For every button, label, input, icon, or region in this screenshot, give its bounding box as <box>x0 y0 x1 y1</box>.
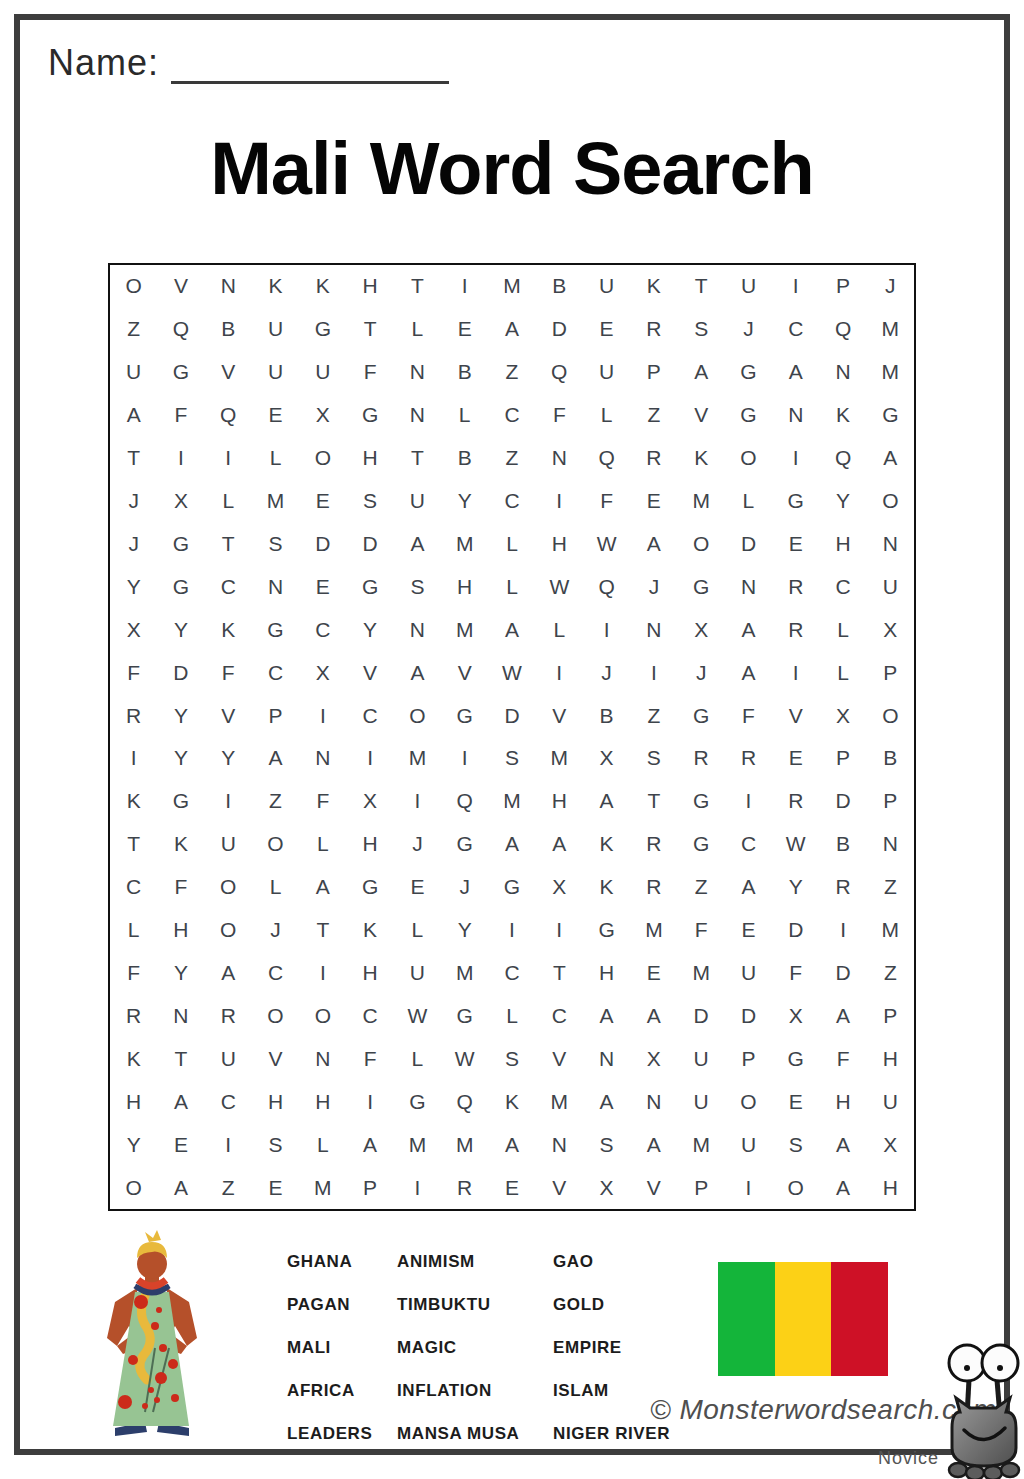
grid-cell-r3c16[interactable]: N <box>819 351 866 394</box>
grid-cell-r10c11[interactable]: J <box>583 651 630 694</box>
grid-cell-r20c17[interactable]: U <box>867 1080 914 1123</box>
grid-cell-r7c1[interactable]: J <box>110 522 157 565</box>
grid-cell-r1c4[interactable]: K <box>252 265 299 308</box>
grid-cell-r14c8[interactable]: G <box>441 823 488 866</box>
grid-cell-r7c14[interactable]: D <box>725 522 772 565</box>
grid-cell-r20c14[interactable]: O <box>725 1080 772 1123</box>
grid-cell-r1c17[interactable]: J <box>867 265 914 308</box>
grid-cell-r19c15[interactable]: G <box>772 1037 819 1080</box>
grid-cell-r13c1[interactable]: K <box>110 780 157 823</box>
grid-cell-r5c6[interactable]: H <box>346 437 393 480</box>
grid-cell-r17c15[interactable]: F <box>772 952 819 995</box>
grid-cell-r4c4[interactable]: E <box>252 394 299 437</box>
grid-cell-r21c16[interactable]: A <box>819 1123 866 1166</box>
grid-cell-r12c3[interactable]: Y <box>205 737 252 780</box>
grid-cell-r10c12[interactable]: I <box>630 651 677 694</box>
grid-cell-r5c17[interactable]: A <box>867 437 914 480</box>
grid-cell-r19c8[interactable]: W <box>441 1037 488 1080</box>
grid-cell-r2c11[interactable]: E <box>583 308 630 351</box>
grid-cell-r10c17[interactable]: P <box>867 651 914 694</box>
grid-cell-r1c7[interactable]: T <box>394 265 441 308</box>
grid-cell-r18c12[interactable]: A <box>630 994 677 1037</box>
grid-cell-r10c2[interactable]: D <box>157 651 204 694</box>
grid-cell-r21c12[interactable]: A <box>630 1123 677 1166</box>
grid-cell-r20c1[interactable]: H <box>110 1080 157 1123</box>
grid-cell-r9c9[interactable]: A <box>488 608 535 651</box>
grid-cell-r7c15[interactable]: E <box>772 522 819 565</box>
grid-cell-r7c11[interactable]: W <box>583 522 630 565</box>
grid-cell-r14c4[interactable]: O <box>252 823 299 866</box>
grid-cell-r19c6[interactable]: F <box>346 1037 393 1080</box>
grid-cell-r6c12[interactable]: E <box>630 480 677 523</box>
grid-cell-r14c9[interactable]: A <box>488 823 535 866</box>
grid-cell-r17c13[interactable]: M <box>678 952 725 995</box>
grid-cell-r9c6[interactable]: Y <box>346 608 393 651</box>
grid-cell-r17c12[interactable]: E <box>630 952 677 995</box>
grid-cell-r2c15[interactable]: C <box>772 308 819 351</box>
grid-cell-r16c13[interactable]: F <box>678 909 725 952</box>
grid-cell-r7c17[interactable]: N <box>867 522 914 565</box>
grid-cell-r11c13[interactable]: G <box>678 694 725 737</box>
grid-cell-r4c17[interactable]: G <box>867 394 914 437</box>
grid-cell-r22c14[interactable]: I <box>725 1166 772 1209</box>
grid-cell-r13c3[interactable]: I <box>205 780 252 823</box>
grid-cell-r11c5[interactable]: I <box>299 694 346 737</box>
grid-cell-r17c4[interactable]: C <box>252 952 299 995</box>
grid-cell-r16c2[interactable]: H <box>157 909 204 952</box>
grid-cell-r17c16[interactable]: D <box>819 952 866 995</box>
grid-cell-r8c9[interactable]: L <box>488 565 535 608</box>
grid-cell-r11c3[interactable]: V <box>205 694 252 737</box>
grid-cell-r11c1[interactable]: R <box>110 694 157 737</box>
grid-cell-r10c3[interactable]: F <box>205 651 252 694</box>
grid-cell-r8c2[interactable]: G <box>157 565 204 608</box>
grid-cell-r14c12[interactable]: R <box>630 823 677 866</box>
grid-cell-r13c9[interactable]: M <box>488 780 535 823</box>
grid-cell-r12c11[interactable]: X <box>583 737 630 780</box>
grid-cell-r7c12[interactable]: A <box>630 522 677 565</box>
grid-cell-r6c9[interactable]: C <box>488 480 535 523</box>
grid-cell-r20c10[interactable]: M <box>536 1080 583 1123</box>
grid-cell-r9c12[interactable]: N <box>630 608 677 651</box>
grid-cell-r13c8[interactable]: Q <box>441 780 488 823</box>
grid-cell-r4c11[interactable]: L <box>583 394 630 437</box>
grid-cell-r19c11[interactable]: N <box>583 1037 630 1080</box>
grid-cell-r15c12[interactable]: R <box>630 866 677 909</box>
grid-cell-r9c7[interactable]: N <box>394 608 441 651</box>
grid-cell-r17c2[interactable]: Y <box>157 952 204 995</box>
grid-cell-r5c7[interactable]: T <box>394 437 441 480</box>
grid-cell-r4c5[interactable]: X <box>299 394 346 437</box>
grid-cell-r13c7[interactable]: I <box>394 780 441 823</box>
grid-cell-r4c16[interactable]: K <box>819 394 866 437</box>
grid-cell-r19c9[interactable]: S <box>488 1037 535 1080</box>
grid-cell-r11c11[interactable]: B <box>583 694 630 737</box>
grid-cell-r20c8[interactable]: Q <box>441 1080 488 1123</box>
grid-cell-r3c2[interactable]: G <box>157 351 204 394</box>
grid-cell-r22c3[interactable]: Z <box>205 1166 252 1209</box>
grid-cell-r6c15[interactable]: G <box>772 480 819 523</box>
grid-cell-r15c7[interactable]: E <box>394 866 441 909</box>
grid-cell-r17c1[interactable]: F <box>110 952 157 995</box>
grid-cell-r2c14[interactable]: J <box>725 308 772 351</box>
grid-cell-r9c3[interactable]: K <box>205 608 252 651</box>
grid-cell-r4c3[interactable]: Q <box>205 394 252 437</box>
grid-cell-r13c5[interactable]: F <box>299 780 346 823</box>
grid-cell-r8c12[interactable]: J <box>630 565 677 608</box>
grid-cell-r2c17[interactable]: M <box>867 308 914 351</box>
grid-cell-r18c1[interactable]: R <box>110 994 157 1037</box>
grid-cell-r21c10[interactable]: N <box>536 1123 583 1166</box>
grid-cell-r9c15[interactable]: R <box>772 608 819 651</box>
grid-cell-r6c16[interactable]: Y <box>819 480 866 523</box>
grid-cell-r16c15[interactable]: D <box>772 909 819 952</box>
grid-cell-r19c2[interactable]: T <box>157 1037 204 1080</box>
grid-cell-r16c5[interactable]: T <box>299 909 346 952</box>
grid-cell-r11c12[interactable]: Z <box>630 694 677 737</box>
grid-cell-r9c8[interactable]: M <box>441 608 488 651</box>
grid-cell-r3c4[interactable]: U <box>252 351 299 394</box>
grid-cell-r12c15[interactable]: E <box>772 737 819 780</box>
grid-cell-r18c17[interactable]: P <box>867 994 914 1037</box>
grid-cell-r8c3[interactable]: C <box>205 565 252 608</box>
grid-cell-r10c7[interactable]: A <box>394 651 441 694</box>
grid-cell-r22c17[interactable]: H <box>867 1166 914 1209</box>
grid-cell-r6c2[interactable]: X <box>157 480 204 523</box>
grid-cell-r2c8[interactable]: E <box>441 308 488 351</box>
grid-cell-r2c9[interactable]: A <box>488 308 535 351</box>
grid-cell-r18c8[interactable]: G <box>441 994 488 1037</box>
grid-cell-r6c7[interactable]: U <box>394 480 441 523</box>
grid-cell-r2c4[interactable]: U <box>252 308 299 351</box>
grid-cell-r1c3[interactable]: N <box>205 265 252 308</box>
grid-cell-r18c10[interactable]: C <box>536 994 583 1037</box>
grid-cell-r15c2[interactable]: F <box>157 866 204 909</box>
grid-cell-r8c13[interactable]: G <box>678 565 725 608</box>
grid-cell-r4c6[interactable]: G <box>346 394 393 437</box>
grid-cell-r17c6[interactable]: H <box>346 952 393 995</box>
grid-cell-r15c11[interactable]: K <box>583 866 630 909</box>
grid-cell-r1c16[interactable]: P <box>819 265 866 308</box>
grid-cell-r16c7[interactable]: L <box>394 909 441 952</box>
grid-cell-r3c5[interactable]: U <box>299 351 346 394</box>
grid-cell-r8c1[interactable]: Y <box>110 565 157 608</box>
grid-cell-r3c12[interactable]: P <box>630 351 677 394</box>
grid-cell-r11c17[interactable]: O <box>867 694 914 737</box>
grid-cell-r16c3[interactable]: O <box>205 909 252 952</box>
grid-cell-r19c14[interactable]: P <box>725 1037 772 1080</box>
grid-cell-r5c16[interactable]: Q <box>819 437 866 480</box>
grid-cell-r5c13[interactable]: K <box>678 437 725 480</box>
grid-cell-r17c8[interactable]: M <box>441 952 488 995</box>
grid-cell-r22c5[interactable]: M <box>299 1166 346 1209</box>
grid-cell-r1c1[interactable]: O <box>110 265 157 308</box>
grid-cell-r21c8[interactable]: M <box>441 1123 488 1166</box>
grid-cell-r5c9[interactable]: Z <box>488 437 535 480</box>
grid-cell-r7c2[interactable]: G <box>157 522 204 565</box>
grid-cell-r7c13[interactable]: O <box>678 522 725 565</box>
grid-cell-r16c11[interactable]: G <box>583 909 630 952</box>
grid-cell-r13c12[interactable]: T <box>630 780 677 823</box>
grid-cell-r1c11[interactable]: U <box>583 265 630 308</box>
grid-cell-r18c11[interactable]: A <box>583 994 630 1037</box>
grid-cell-r13c13[interactable]: G <box>678 780 725 823</box>
grid-cell-r9c14[interactable]: A <box>725 608 772 651</box>
grid-cell-r3c9[interactable]: Z <box>488 351 535 394</box>
grid-cell-r18c4[interactable]: O <box>252 994 299 1037</box>
grid-cell-r7c10[interactable]: H <box>536 522 583 565</box>
grid-cell-r1c9[interactable]: M <box>488 265 535 308</box>
grid-cell-r20c6[interactable]: I <box>346 1080 393 1123</box>
grid-cell-r8c4[interactable]: N <box>252 565 299 608</box>
grid-cell-r22c7[interactable]: I <box>394 1166 441 1209</box>
grid-cell-r2c10[interactable]: D <box>536 308 583 351</box>
grid-cell-r8c10[interactable]: W <box>536 565 583 608</box>
grid-cell-r14c16[interactable]: B <box>819 823 866 866</box>
grid-cell-r7c8[interactable]: M <box>441 522 488 565</box>
grid-cell-r6c14[interactable]: L <box>725 480 772 523</box>
grid-cell-r4c1[interactable]: A <box>110 394 157 437</box>
grid-cell-r2c6[interactable]: T <box>346 308 393 351</box>
grid-cell-r11c4[interactable]: P <box>252 694 299 737</box>
grid-cell-r21c7[interactable]: M <box>394 1123 441 1166</box>
grid-cell-r3c17[interactable]: M <box>867 351 914 394</box>
grid-cell-r3c11[interactable]: U <box>583 351 630 394</box>
grid-cell-r14c14[interactable]: C <box>725 823 772 866</box>
grid-cell-r15c1[interactable]: C <box>110 866 157 909</box>
grid-cell-r17c7[interactable]: U <box>394 952 441 995</box>
grid-cell-r10c14[interactable]: A <box>725 651 772 694</box>
grid-cell-r14c2[interactable]: K <box>157 823 204 866</box>
grid-cell-r22c11[interactable]: X <box>583 1166 630 1209</box>
grid-cell-r16c12[interactable]: M <box>630 909 677 952</box>
grid-cell-r10c16[interactable]: L <box>819 651 866 694</box>
grid-cell-r12c6[interactable]: I <box>346 737 393 780</box>
grid-cell-r4c2[interactable]: F <box>157 394 204 437</box>
grid-cell-r8c5[interactable]: E <box>299 565 346 608</box>
grid-cell-r11c10[interactable]: V <box>536 694 583 737</box>
grid-cell-r19c12[interactable]: X <box>630 1037 677 1080</box>
grid-cell-r5c14[interactable]: O <box>725 437 772 480</box>
grid-cell-r16c17[interactable]: M <box>867 909 914 952</box>
grid-cell-r8c7[interactable]: S <box>394 565 441 608</box>
grid-cell-r20c7[interactable]: G <box>394 1080 441 1123</box>
grid-cell-r18c6[interactable]: C <box>346 994 393 1037</box>
grid-cell-r5c8[interactable]: B <box>441 437 488 480</box>
grid-cell-r3c10[interactable]: Q <box>536 351 583 394</box>
grid-cell-r1c2[interactable]: V <box>157 265 204 308</box>
grid-cell-r11c6[interactable]: C <box>346 694 393 737</box>
grid-cell-r8c17[interactable]: U <box>867 565 914 608</box>
grid-cell-r5c10[interactable]: N <box>536 437 583 480</box>
grid-cell-r7c7[interactable]: A <box>394 522 441 565</box>
grid-cell-r16c8[interactable]: Y <box>441 909 488 952</box>
grid-cell-r19c13[interactable]: U <box>678 1037 725 1080</box>
grid-cell-r15c15[interactable]: Y <box>772 866 819 909</box>
grid-cell-r22c9[interactable]: E <box>488 1166 535 1209</box>
grid-cell-r16c10[interactable]: I <box>536 909 583 952</box>
grid-cell-r21c1[interactable]: Y <box>110 1123 157 1166</box>
grid-cell-r2c1[interactable]: Z <box>110 308 157 351</box>
grid-cell-r10c10[interactable]: I <box>536 651 583 694</box>
grid-cell-r12c2[interactable]: Y <box>157 737 204 780</box>
grid-cell-r12c10[interactable]: M <box>536 737 583 780</box>
grid-cell-r12c1[interactable]: I <box>110 737 157 780</box>
grid-cell-r2c7[interactable]: L <box>394 308 441 351</box>
grid-cell-r17c5[interactable]: I <box>299 952 346 995</box>
grid-cell-r14c3[interactable]: U <box>205 823 252 866</box>
grid-cell-r20c12[interactable]: N <box>630 1080 677 1123</box>
grid-cell-r6c1[interactable]: J <box>110 480 157 523</box>
grid-cell-r7c9[interactable]: L <box>488 522 535 565</box>
grid-cell-r20c5[interactable]: H <box>299 1080 346 1123</box>
grid-cell-r22c8[interactable]: R <box>441 1166 488 1209</box>
grid-cell-r19c17[interactable]: H <box>867 1037 914 1080</box>
grid-cell-r12c17[interactable]: B <box>867 737 914 780</box>
grid-cell-r2c3[interactable]: B <box>205 308 252 351</box>
grid-cell-r13c16[interactable]: D <box>819 780 866 823</box>
grid-cell-r18c3[interactable]: R <box>205 994 252 1037</box>
grid-cell-r3c13[interactable]: A <box>678 351 725 394</box>
grid-cell-r5c12[interactable]: R <box>630 437 677 480</box>
grid-cell-r19c16[interactable]: F <box>819 1037 866 1080</box>
grid-cell-r14c15[interactable]: W <box>772 823 819 866</box>
grid-cell-r8c8[interactable]: H <box>441 565 488 608</box>
grid-cell-r5c2[interactable]: I <box>157 437 204 480</box>
grid-cell-r11c14[interactable]: F <box>725 694 772 737</box>
grid-cell-r1c15[interactable]: I <box>772 265 819 308</box>
grid-cell-r22c15[interactable]: O <box>772 1166 819 1209</box>
grid-cell-r14c17[interactable]: N <box>867 823 914 866</box>
grid-cell-r21c4[interactable]: S <box>252 1123 299 1166</box>
grid-cell-r15c17[interactable]: Z <box>867 866 914 909</box>
grid-cell-r14c11[interactable]: K <box>583 823 630 866</box>
grid-cell-r9c4[interactable]: G <box>252 608 299 651</box>
grid-cell-r16c14[interactable]: E <box>725 909 772 952</box>
grid-cell-r12c12[interactable]: S <box>630 737 677 780</box>
grid-cell-r16c4[interactable]: J <box>252 909 299 952</box>
grid-cell-r17c14[interactable]: U <box>725 952 772 995</box>
grid-cell-r1c10[interactable]: B <box>536 265 583 308</box>
grid-cell-r16c1[interactable]: L <box>110 909 157 952</box>
grid-cell-r1c13[interactable]: T <box>678 265 725 308</box>
grid-cell-r18c15[interactable]: X <box>772 994 819 1037</box>
name-input-line[interactable] <box>171 47 449 84</box>
grid-cell-r6c17[interactable]: O <box>867 480 914 523</box>
grid-cell-r6c3[interactable]: L <box>205 480 252 523</box>
grid-cell-r9c5[interactable]: C <box>299 608 346 651</box>
grid-cell-r17c17[interactable]: Z <box>867 952 914 995</box>
grid-cell-r13c14[interactable]: I <box>725 780 772 823</box>
grid-cell-r22c10[interactable]: V <box>536 1166 583 1209</box>
grid-cell-r3c15[interactable]: A <box>772 351 819 394</box>
grid-cell-r14c5[interactable]: L <box>299 823 346 866</box>
grid-cell-r7c3[interactable]: T <box>205 522 252 565</box>
grid-cell-r20c15[interactable]: E <box>772 1080 819 1123</box>
grid-cell-r19c10[interactable]: V <box>536 1037 583 1080</box>
grid-cell-r5c11[interactable]: Q <box>583 437 630 480</box>
grid-cell-r20c4[interactable]: H <box>252 1080 299 1123</box>
grid-cell-r15c6[interactable]: G <box>346 866 393 909</box>
grid-cell-r7c5[interactable]: D <box>299 522 346 565</box>
grid-cell-r10c13[interactable]: J <box>678 651 725 694</box>
grid-cell-r21c6[interactable]: A <box>346 1123 393 1166</box>
grid-cell-r12c16[interactable]: P <box>819 737 866 780</box>
grid-cell-r5c15[interactable]: I <box>772 437 819 480</box>
grid-cell-r1c14[interactable]: U <box>725 265 772 308</box>
grid-cell-r13c4[interactable]: Z <box>252 780 299 823</box>
grid-cell-r8c14[interactable]: N <box>725 565 772 608</box>
grid-cell-r13c10[interactable]: H <box>536 780 583 823</box>
grid-cell-r3c8[interactable]: B <box>441 351 488 394</box>
grid-cell-r13c2[interactable]: G <box>157 780 204 823</box>
grid-cell-r15c10[interactable]: X <box>536 866 583 909</box>
grid-cell-r7c16[interactable]: H <box>819 522 866 565</box>
grid-cell-r4c13[interactable]: V <box>678 394 725 437</box>
grid-cell-r5c3[interactable]: I <box>205 437 252 480</box>
grid-cell-r11c8[interactable]: G <box>441 694 488 737</box>
grid-cell-r18c13[interactable]: D <box>678 994 725 1037</box>
grid-cell-r4c8[interactable]: L <box>441 394 488 437</box>
grid-cell-r11c15[interactable]: V <box>772 694 819 737</box>
grid-cell-r15c13[interactable]: Z <box>678 866 725 909</box>
grid-cell-r12c8[interactable]: I <box>441 737 488 780</box>
grid-cell-r6c4[interactable]: M <box>252 480 299 523</box>
grid-cell-r9c11[interactable]: I <box>583 608 630 651</box>
grid-cell-r7c4[interactable]: S <box>252 522 299 565</box>
grid-cell-r22c16[interactable]: A <box>819 1166 866 1209</box>
grid-cell-r10c8[interactable]: V <box>441 651 488 694</box>
grid-cell-r8c11[interactable]: Q <box>583 565 630 608</box>
grid-cell-r21c2[interactable]: E <box>157 1123 204 1166</box>
grid-cell-r19c4[interactable]: V <box>252 1037 299 1080</box>
grid-cell-r15c8[interactable]: J <box>441 866 488 909</box>
grid-cell-r21c3[interactable]: I <box>205 1123 252 1166</box>
grid-cell-r14c1[interactable]: T <box>110 823 157 866</box>
grid-cell-r13c6[interactable]: X <box>346 780 393 823</box>
grid-cell-r9c10[interactable]: L <box>536 608 583 651</box>
grid-cell-r15c3[interactable]: O <box>205 866 252 909</box>
grid-cell-r22c12[interactable]: V <box>630 1166 677 1209</box>
grid-cell-r1c5[interactable]: K <box>299 265 346 308</box>
grid-cell-r17c3[interactable]: A <box>205 952 252 995</box>
grid-cell-r13c11[interactable]: A <box>583 780 630 823</box>
grid-cell-r4c14[interactable]: G <box>725 394 772 437</box>
grid-cell-r3c6[interactable]: F <box>346 351 393 394</box>
grid-cell-r21c14[interactable]: U <box>725 1123 772 1166</box>
grid-cell-r10c9[interactable]: W <box>488 651 535 694</box>
grid-cell-r5c5[interactable]: O <box>299 437 346 480</box>
grid-cell-r4c15[interactable]: N <box>772 394 819 437</box>
grid-cell-r3c14[interactable]: G <box>725 351 772 394</box>
grid-cell-r15c14[interactable]: A <box>725 866 772 909</box>
grid-cell-r15c16[interactable]: R <box>819 866 866 909</box>
grid-cell-r6c5[interactable]: E <box>299 480 346 523</box>
grid-cell-r15c9[interactable]: G <box>488 866 535 909</box>
grid-cell-r22c1[interactable]: O <box>110 1166 157 1209</box>
grid-cell-r1c12[interactable]: K <box>630 265 677 308</box>
grid-cell-r10c6[interactable]: V <box>346 651 393 694</box>
grid-cell-r18c14[interactable]: D <box>725 994 772 1037</box>
grid-cell-r13c17[interactable]: P <box>867 780 914 823</box>
grid-cell-r21c11[interactable]: S <box>583 1123 630 1166</box>
grid-cell-r17c10[interactable]: T <box>536 952 583 995</box>
grid-cell-r19c1[interactable]: K <box>110 1037 157 1080</box>
grid-cell-r6c8[interactable]: Y <box>441 480 488 523</box>
grid-cell-r21c15[interactable]: S <box>772 1123 819 1166</box>
grid-cell-r21c5[interactable]: L <box>299 1123 346 1166</box>
grid-cell-r5c1[interactable]: T <box>110 437 157 480</box>
